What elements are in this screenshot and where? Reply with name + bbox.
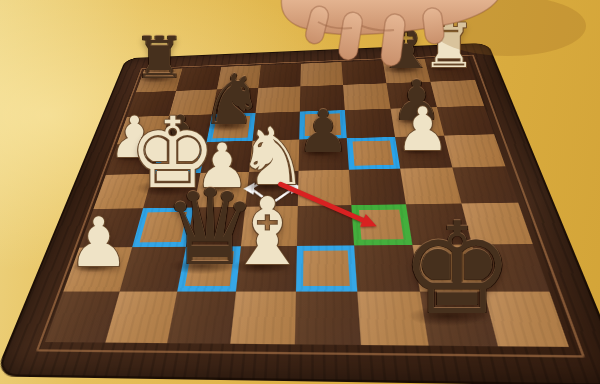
square-f6[interactable] <box>345 109 395 139</box>
chess-app-screen: ♜♝♜♞♟♟♟♟♟♚♟♞♟♛♝♚ <box>0 0 600 384</box>
hand-finger-icon <box>304 4 331 45</box>
square-e8[interactable] <box>300 62 343 86</box>
piece-black-rook-a8[interactable]: ♜ <box>134 29 186 87</box>
piece-black-king-g1[interactable]: ♚ <box>400 206 514 333</box>
square-h5[interactable] <box>444 134 505 167</box>
square-d8[interactable] <box>258 64 301 88</box>
square-f5[interactable] <box>347 137 400 170</box>
square-d1[interactable] <box>230 292 296 345</box>
piece-white-pawn-g5[interactable]: ♟ <box>396 99 450 159</box>
square-c1[interactable] <box>167 292 236 344</box>
piece-white-bishop-d2[interactable]: ♝ <box>226 186 309 279</box>
piece-white-pawn-a2[interactable]: ♟ <box>68 209 129 277</box>
square-e1[interactable] <box>295 292 361 345</box>
square-f4[interactable] <box>349 169 406 206</box>
square-f7[interactable] <box>343 83 390 110</box>
